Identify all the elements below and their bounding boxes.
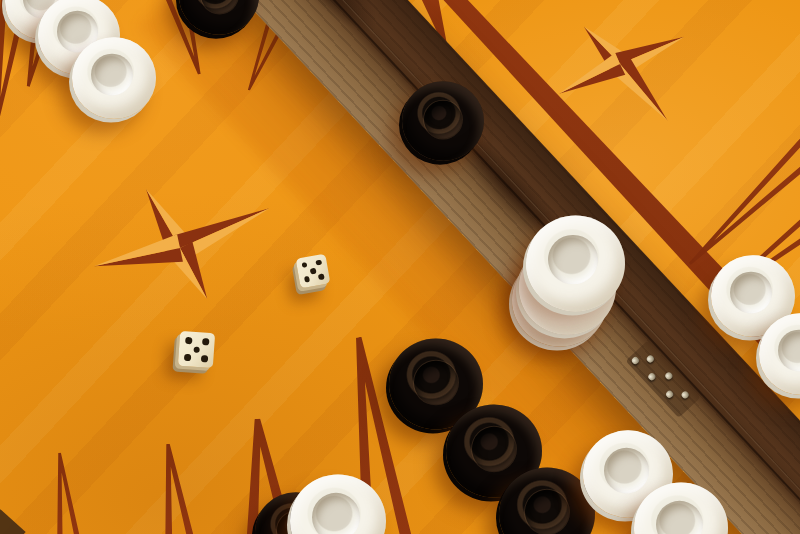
dice-layer — [0, 0, 800, 534]
die-pip — [301, 262, 308, 269]
die-pip — [183, 353, 190, 360]
die-pip — [192, 345, 199, 352]
die-pip — [304, 276, 311, 283]
die-pip — [200, 354, 207, 361]
die-pip — [185, 336, 192, 343]
die-pip — [318, 274, 325, 281]
die — [296, 254, 331, 289]
backgammon-board — [0, 0, 800, 534]
die-pip — [316, 259, 323, 266]
die-pip — [310, 268, 317, 275]
die-pip — [201, 338, 208, 345]
die — [177, 330, 214, 367]
